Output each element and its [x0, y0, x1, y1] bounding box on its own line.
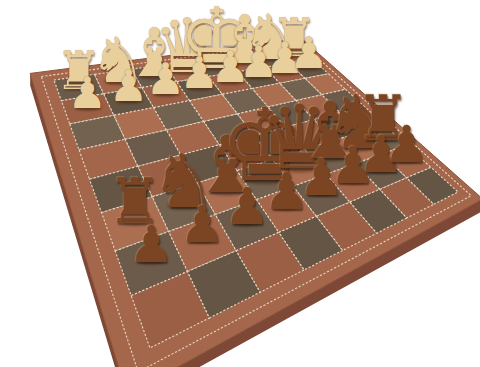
leather-chessboard [0, 0, 480, 367]
chess-set-photo: chess ♟♟♟♟♟♟♟♟♜♞♝♚♛♝♞♜♟♟♟♟♟♟♟♟♜♞♝♛♚♝♞♜ [0, 0, 480, 367]
